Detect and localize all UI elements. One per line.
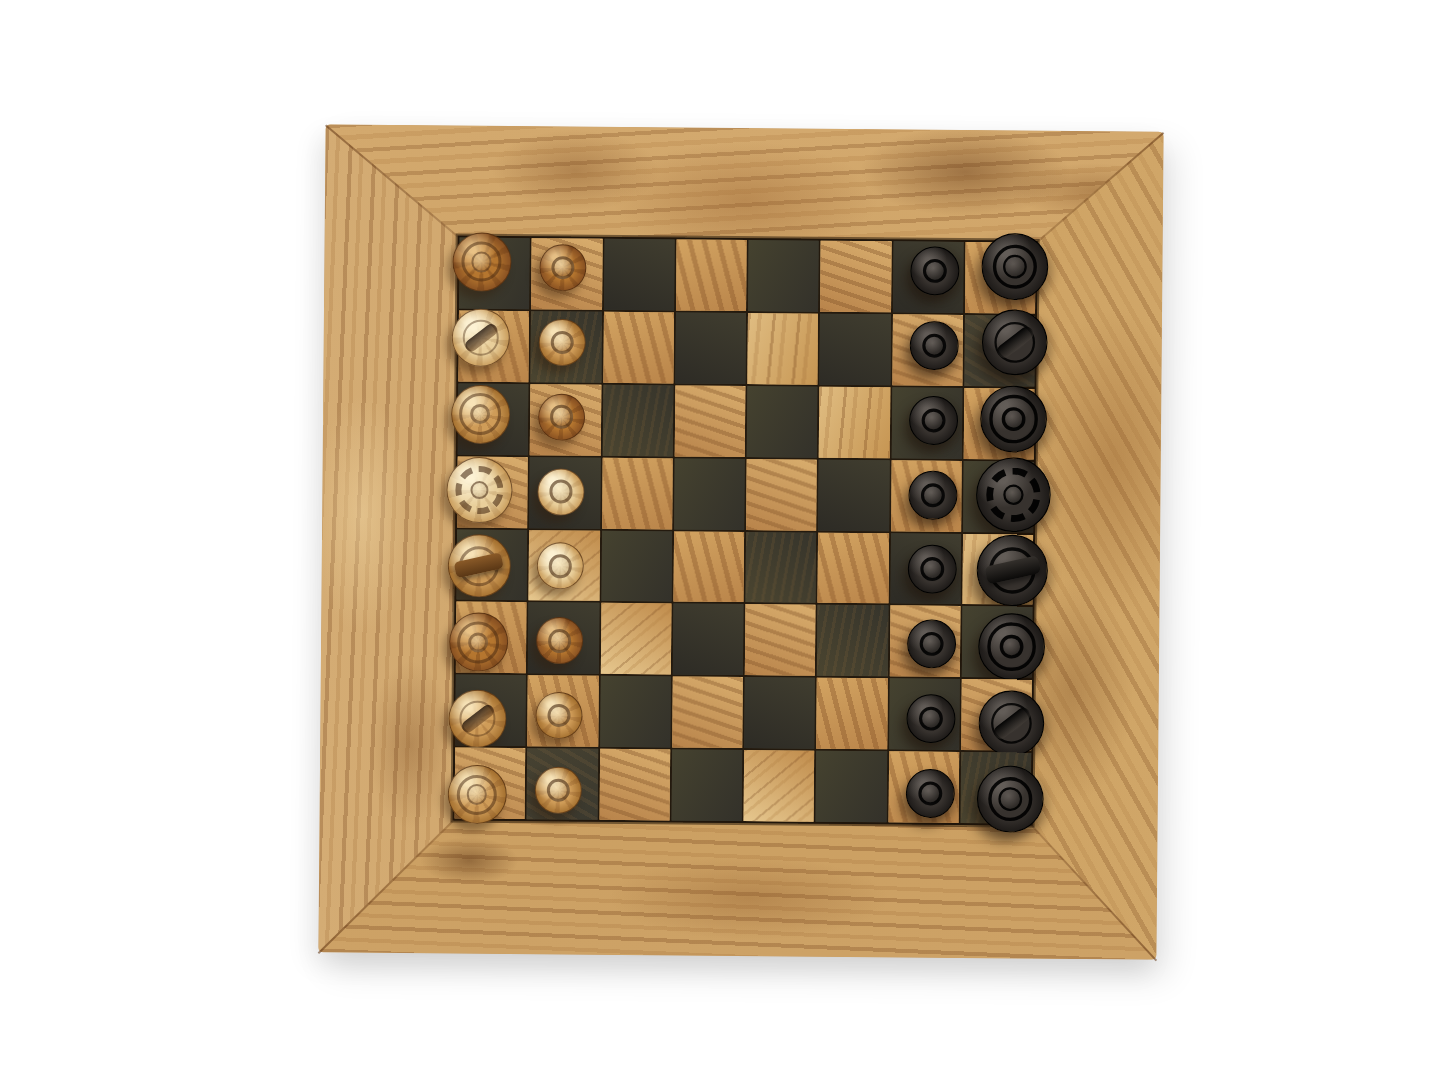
square-a4 bbox=[676, 239, 747, 310]
square-a7 bbox=[893, 241, 964, 312]
white-knight bbox=[448, 689, 507, 748]
square-d1 bbox=[457, 456, 528, 527]
white-king bbox=[447, 534, 511, 598]
square-b7 bbox=[892, 314, 963, 385]
square-c2 bbox=[530, 384, 601, 455]
square-f8 bbox=[962, 606, 1033, 677]
square-c7 bbox=[891, 387, 962, 458]
black-bishop bbox=[980, 385, 1047, 452]
white-pawn bbox=[536, 617, 583, 664]
square-h5 bbox=[744, 750, 815, 821]
square-g6 bbox=[816, 678, 887, 749]
black-pawn bbox=[910, 246, 959, 295]
white-pawn bbox=[535, 692, 582, 739]
square-c5 bbox=[747, 386, 818, 457]
black-pawn bbox=[908, 470, 957, 519]
playing-area bbox=[453, 236, 1038, 826]
square-g5 bbox=[744, 677, 815, 748]
square-b4 bbox=[675, 312, 746, 383]
square-f6 bbox=[817, 605, 888, 676]
square-d3 bbox=[602, 457, 673, 528]
square-f3 bbox=[600, 603, 671, 674]
square-e8 bbox=[962, 533, 1033, 604]
white-rook bbox=[447, 765, 507, 825]
square-f7 bbox=[889, 606, 960, 677]
square-e7 bbox=[890, 533, 961, 604]
square-d7 bbox=[891, 460, 962, 531]
square-f1 bbox=[456, 602, 527, 673]
white-bishop bbox=[448, 613, 508, 673]
square-f4 bbox=[673, 604, 744, 675]
white-pawn bbox=[537, 468, 584, 515]
white-pawn bbox=[538, 393, 585, 440]
chess-board bbox=[318, 124, 1163, 959]
square-g2 bbox=[527, 675, 598, 746]
square-a2 bbox=[531, 238, 602, 309]
square-e3 bbox=[601, 530, 672, 601]
black-pawn bbox=[906, 694, 955, 743]
square-a1 bbox=[459, 238, 530, 309]
white-pawn bbox=[534, 767, 581, 814]
black-pawn bbox=[910, 321, 959, 370]
square-b3 bbox=[603, 312, 674, 383]
square-h4 bbox=[671, 750, 742, 821]
black-pawn bbox=[906, 769, 955, 818]
black-pawn bbox=[907, 620, 956, 669]
white-pawn bbox=[539, 244, 586, 291]
square-g8 bbox=[961, 679, 1032, 750]
square-h2 bbox=[527, 748, 598, 819]
square-h3 bbox=[599, 749, 670, 820]
white-pawn bbox=[538, 319, 585, 366]
square-e6 bbox=[818, 532, 889, 603]
white-queen bbox=[446, 457, 513, 524]
square-a8 bbox=[965, 242, 1036, 313]
black-pawn bbox=[908, 545, 957, 594]
square-e5 bbox=[745, 532, 816, 603]
square-d2 bbox=[529, 457, 600, 528]
square-e2 bbox=[529, 530, 600, 601]
square-g3 bbox=[600, 676, 671, 747]
square-b6 bbox=[820, 314, 891, 385]
white-knight bbox=[452, 309, 511, 368]
square-c4 bbox=[674, 385, 745, 456]
square-c1 bbox=[458, 383, 529, 454]
square-b1 bbox=[458, 310, 529, 381]
square-g7 bbox=[889, 679, 960, 750]
square-d4 bbox=[674, 458, 745, 529]
square-h8 bbox=[960, 752, 1031, 823]
square-d5 bbox=[746, 459, 817, 530]
square-e4 bbox=[673, 531, 744, 602]
square-h7 bbox=[888, 751, 959, 822]
square-f2 bbox=[528, 603, 599, 674]
square-c3 bbox=[602, 385, 673, 456]
square-a3 bbox=[604, 239, 675, 310]
square-a6 bbox=[820, 241, 891, 312]
black-pawn bbox=[909, 396, 958, 445]
white-bishop bbox=[450, 384, 510, 444]
photo-canvas: { "game": "chess", "scene": "Overhead ph… bbox=[0, 0, 1445, 1084]
square-g4 bbox=[672, 677, 743, 748]
square-c8 bbox=[963, 388, 1034, 459]
square-h6 bbox=[816, 751, 887, 822]
square-h1 bbox=[455, 748, 526, 819]
black-knight bbox=[978, 690, 1044, 756]
black-queen bbox=[976, 457, 1051, 532]
white-pawn bbox=[536, 543, 583, 590]
square-b5 bbox=[747, 313, 818, 384]
square-e1 bbox=[456, 529, 527, 600]
square-a5 bbox=[748, 240, 819, 311]
white-rook bbox=[452, 232, 512, 292]
square-c6 bbox=[819, 386, 890, 457]
square-d8 bbox=[963, 461, 1034, 532]
square-b8 bbox=[964, 315, 1035, 386]
square-g1 bbox=[455, 675, 526, 746]
square-b2 bbox=[531, 311, 602, 382]
square-f5 bbox=[745, 604, 816, 675]
square-d6 bbox=[818, 459, 889, 530]
